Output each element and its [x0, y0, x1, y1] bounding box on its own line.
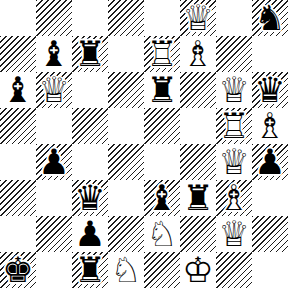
square-d4[interactable] [108, 144, 144, 180]
square-c5[interactable] [72, 108, 108, 144]
square-a6[interactable]: ♝♝ [0, 72, 36, 108]
piece-halo: ♝ [252, 108, 288, 144]
square-e7[interactable]: ♜♜♖ [144, 36, 180, 72]
square-f3[interactable]: ♜♜ [180, 180, 216, 216]
square-h8[interactable]: ♞♞ [252, 0, 288, 36]
square-b7[interactable]: ♝♝ [36, 36, 72, 72]
white-bishop-piece[interactable]: ♝♝♗ [180, 36, 216, 72]
square-g7[interactable] [216, 36, 252, 72]
black-bishop-icon: ♝ [144, 180, 180, 216]
piece-halo: ♚ [0, 252, 36, 288]
white-knight-outline-icon: ♘ [108, 252, 144, 288]
square-h1[interactable] [252, 252, 288, 288]
square-h7[interactable] [252, 36, 288, 72]
black-rook-piece[interactable]: ♜♜ [144, 72, 180, 108]
square-f4[interactable] [180, 144, 216, 180]
piece-halo: ♛ [180, 0, 216, 36]
white-king-outline-icon: ♔ [180, 252, 216, 288]
piece-halo: ♞ [108, 252, 144, 288]
piece-halo: ♟ [36, 144, 72, 180]
square-c4[interactable] [72, 144, 108, 180]
square-a5[interactable] [0, 108, 36, 144]
square-a2[interactable] [0, 216, 36, 252]
piece-halo: ♝ [216, 180, 252, 216]
square-a1[interactable]: ♚♚ [0, 252, 36, 288]
white-rook-piece[interactable]: ♜♜♖ [216, 108, 252, 144]
white-bishop-outline-icon: ♗ [180, 36, 216, 72]
white-queen-piece[interactable]: ♛♛♕ [216, 144, 252, 180]
square-b8[interactable] [36, 0, 72, 36]
piece-halo: ♟ [72, 216, 108, 252]
piece-halo: ♝ [36, 36, 72, 72]
piece-halo: ♜ [72, 252, 108, 288]
square-b5[interactable] [36, 108, 72, 144]
square-c3[interactable]: ♛♛ [72, 180, 108, 216]
piece-halo: ♛ [36, 72, 72, 108]
white-knight-piece[interactable]: ♞♞♘ [144, 216, 180, 252]
white-queen-outline-icon: ♕ [216, 216, 252, 252]
piece-halo: ♛ [72, 180, 108, 216]
white-bishop-piece[interactable]: ♝♝♗ [216, 180, 252, 216]
white-queen-piece[interactable]: ♛♛♕ [36, 72, 72, 108]
black-king-piece[interactable]: ♚♚ [0, 252, 36, 288]
black-king-icon: ♚ [0, 252, 36, 288]
square-g1[interactable] [216, 252, 252, 288]
black-pawn-icon: ♟ [252, 144, 288, 180]
piece-halo: ♜ [180, 180, 216, 216]
square-c8[interactable] [72, 0, 108, 36]
piece-halo: ♜ [72, 36, 108, 72]
chess-diagram: ♛♛♕♞♞♝♝♜♜♜♜♖♝♝♗♝♝♛♛♕♜♜♛♛♕♛♛♜♜♖♝♝♗♟♟♛♛♕♟♟… [0, 0, 288, 288]
black-bishop-piece[interactable]: ♝♝ [36, 36, 72, 72]
square-e4[interactable] [144, 144, 180, 180]
square-a7[interactable] [0, 36, 36, 72]
black-queen-icon: ♛ [72, 180, 108, 216]
black-bishop-piece[interactable]: ♝♝ [144, 180, 180, 216]
black-bishop-piece[interactable]: ♝♝ [0, 72, 36, 108]
white-queen-icon: ♛ [216, 72, 252, 108]
square-h3[interactable] [252, 180, 288, 216]
white-bishop-icon: ♝ [252, 108, 288, 144]
black-queen-icon: ♛ [252, 72, 288, 108]
black-pawn-piece[interactable]: ♟♟ [72, 216, 108, 252]
square-e6[interactable]: ♜♜ [144, 72, 180, 108]
piece-halo: ♜ [144, 72, 180, 108]
square-b2[interactable] [36, 216, 72, 252]
black-knight-icon: ♞ [252, 0, 288, 36]
white-king-icon: ♚ [180, 252, 216, 288]
white-knight-outline-icon: ♘ [144, 216, 180, 252]
piece-halo: ♞ [144, 216, 180, 252]
square-e1[interactable] [144, 252, 180, 288]
square-c7[interactable]: ♜♜ [72, 36, 108, 72]
white-queen-icon: ♛ [36, 72, 72, 108]
square-b6[interactable]: ♛♛♕ [36, 72, 72, 108]
white-knight-piece[interactable]: ♞♞♘ [108, 252, 144, 288]
square-c1[interactable]: ♜♜ [72, 252, 108, 288]
chess-board: ♛♛♕♞♞♝♝♜♜♜♜♖♝♝♗♝♝♛♛♕♜♜♛♛♕♛♛♜♜♖♝♝♗♟♟♛♛♕♟♟… [0, 0, 288, 288]
square-d3[interactable] [108, 180, 144, 216]
square-f2[interactable] [180, 216, 216, 252]
black-rook-piece[interactable]: ♜♜ [72, 252, 108, 288]
white-rook-icon: ♜ [144, 36, 180, 72]
black-rook-piece[interactable]: ♜♜ [72, 36, 108, 72]
square-f6[interactable] [180, 72, 216, 108]
square-f5[interactable] [180, 108, 216, 144]
square-d6[interactable] [108, 72, 144, 108]
square-g5[interactable]: ♜♜♖ [216, 108, 252, 144]
white-queen-piece[interactable]: ♛♛♕ [216, 72, 252, 108]
piece-halo: ♛ [216, 72, 252, 108]
square-g3[interactable]: ♝♝♗ [216, 180, 252, 216]
square-h4[interactable]: ♟♟ [252, 144, 288, 180]
piece-halo: ♝ [144, 180, 180, 216]
square-c2[interactable]: ♟♟ [72, 216, 108, 252]
square-d2[interactable] [108, 216, 144, 252]
black-pawn-piece[interactable]: ♟♟ [252, 144, 288, 180]
white-rook-icon: ♜ [216, 108, 252, 144]
black-rook-icon: ♜ [180, 180, 216, 216]
white-bishop-outline-icon: ♗ [216, 180, 252, 216]
black-pawn-icon: ♟ [72, 216, 108, 252]
black-queen-piece[interactable]: ♛♛ [252, 72, 288, 108]
white-king-piece[interactable]: ♚♚♔ [180, 252, 216, 288]
square-g6[interactable]: ♛♛♕ [216, 72, 252, 108]
white-rook-outline-icon: ♖ [216, 108, 252, 144]
white-knight-icon: ♞ [144, 216, 180, 252]
piece-halo: ♚ [180, 252, 216, 288]
square-f8[interactable]: ♛♛♕ [180, 0, 216, 36]
piece-halo: ♞ [252, 0, 288, 36]
square-a3[interactable] [0, 180, 36, 216]
white-bishop-icon: ♝ [216, 180, 252, 216]
piece-halo: ♝ [0, 72, 36, 108]
square-b3[interactable] [36, 180, 72, 216]
square-h6[interactable]: ♛♛ [252, 72, 288, 108]
square-d5[interactable] [108, 108, 144, 144]
square-e3[interactable]: ♝♝ [144, 180, 180, 216]
square-h5[interactable]: ♝♝♗ [252, 108, 288, 144]
white-rook-piece[interactable]: ♜♜♖ [144, 36, 180, 72]
white-queen-outline-icon: ♕ [180, 0, 216, 36]
square-g8[interactable] [216, 0, 252, 36]
white-queen-outline-icon: ♕ [216, 72, 252, 108]
square-c6[interactable] [72, 72, 108, 108]
white-queen-outline-icon: ♕ [216, 144, 252, 180]
black-queen-piece[interactable]: ♛♛ [72, 180, 108, 216]
black-knight-piece[interactable]: ♞♞ [252, 0, 288, 36]
square-d7[interactable] [108, 36, 144, 72]
piece-halo: ♛ [216, 216, 252, 252]
square-a4[interactable] [0, 144, 36, 180]
white-bishop-piece[interactable]: ♝♝♗ [252, 108, 288, 144]
black-rook-icon: ♜ [72, 252, 108, 288]
square-g2[interactable]: ♛♛♕ [216, 216, 252, 252]
square-b4[interactable]: ♟♟ [36, 144, 72, 180]
square-d8[interactable] [108, 0, 144, 36]
piece-halo: ♟ [252, 144, 288, 180]
white-knight-icon: ♞ [108, 252, 144, 288]
black-bishop-icon: ♝ [36, 36, 72, 72]
piece-halo: ♛ [252, 72, 288, 108]
square-e5[interactable] [144, 108, 180, 144]
black-rook-piece[interactable]: ♜♜ [180, 180, 216, 216]
white-rook-outline-icon: ♖ [144, 36, 180, 72]
white-bishop-icon: ♝ [180, 36, 216, 72]
black-pawn-piece[interactable]: ♟♟ [36, 144, 72, 180]
square-f7[interactable]: ♝♝♗ [180, 36, 216, 72]
white-queen-icon: ♛ [216, 216, 252, 252]
piece-halo: ♜ [144, 36, 180, 72]
square-h2[interactable] [252, 216, 288, 252]
square-g4[interactable]: ♛♛♕ [216, 144, 252, 180]
white-queen-icon: ♛ [216, 144, 252, 180]
piece-halo: ♝ [180, 36, 216, 72]
black-pawn-icon: ♟ [36, 144, 72, 180]
square-f1[interactable]: ♚♚♔ [180, 252, 216, 288]
white-queen-piece[interactable]: ♛♛♕ [216, 216, 252, 252]
square-a8[interactable] [0, 0, 36, 36]
square-e8[interactable] [144, 0, 180, 36]
square-b1[interactable] [36, 252, 72, 288]
black-rook-icon: ♜ [144, 72, 180, 108]
white-queen-piece[interactable]: ♛♛♕ [180, 0, 216, 36]
black-bishop-icon: ♝ [0, 72, 36, 108]
white-queen-outline-icon: ♕ [36, 72, 72, 108]
square-e2[interactable]: ♞♞♘ [144, 216, 180, 252]
square-d1[interactable]: ♞♞♘ [108, 252, 144, 288]
black-rook-icon: ♜ [72, 36, 108, 72]
white-queen-icon: ♛ [180, 0, 216, 36]
piece-halo: ♜ [216, 108, 252, 144]
piece-halo: ♛ [216, 144, 252, 180]
white-bishop-outline-icon: ♗ [252, 108, 288, 144]
